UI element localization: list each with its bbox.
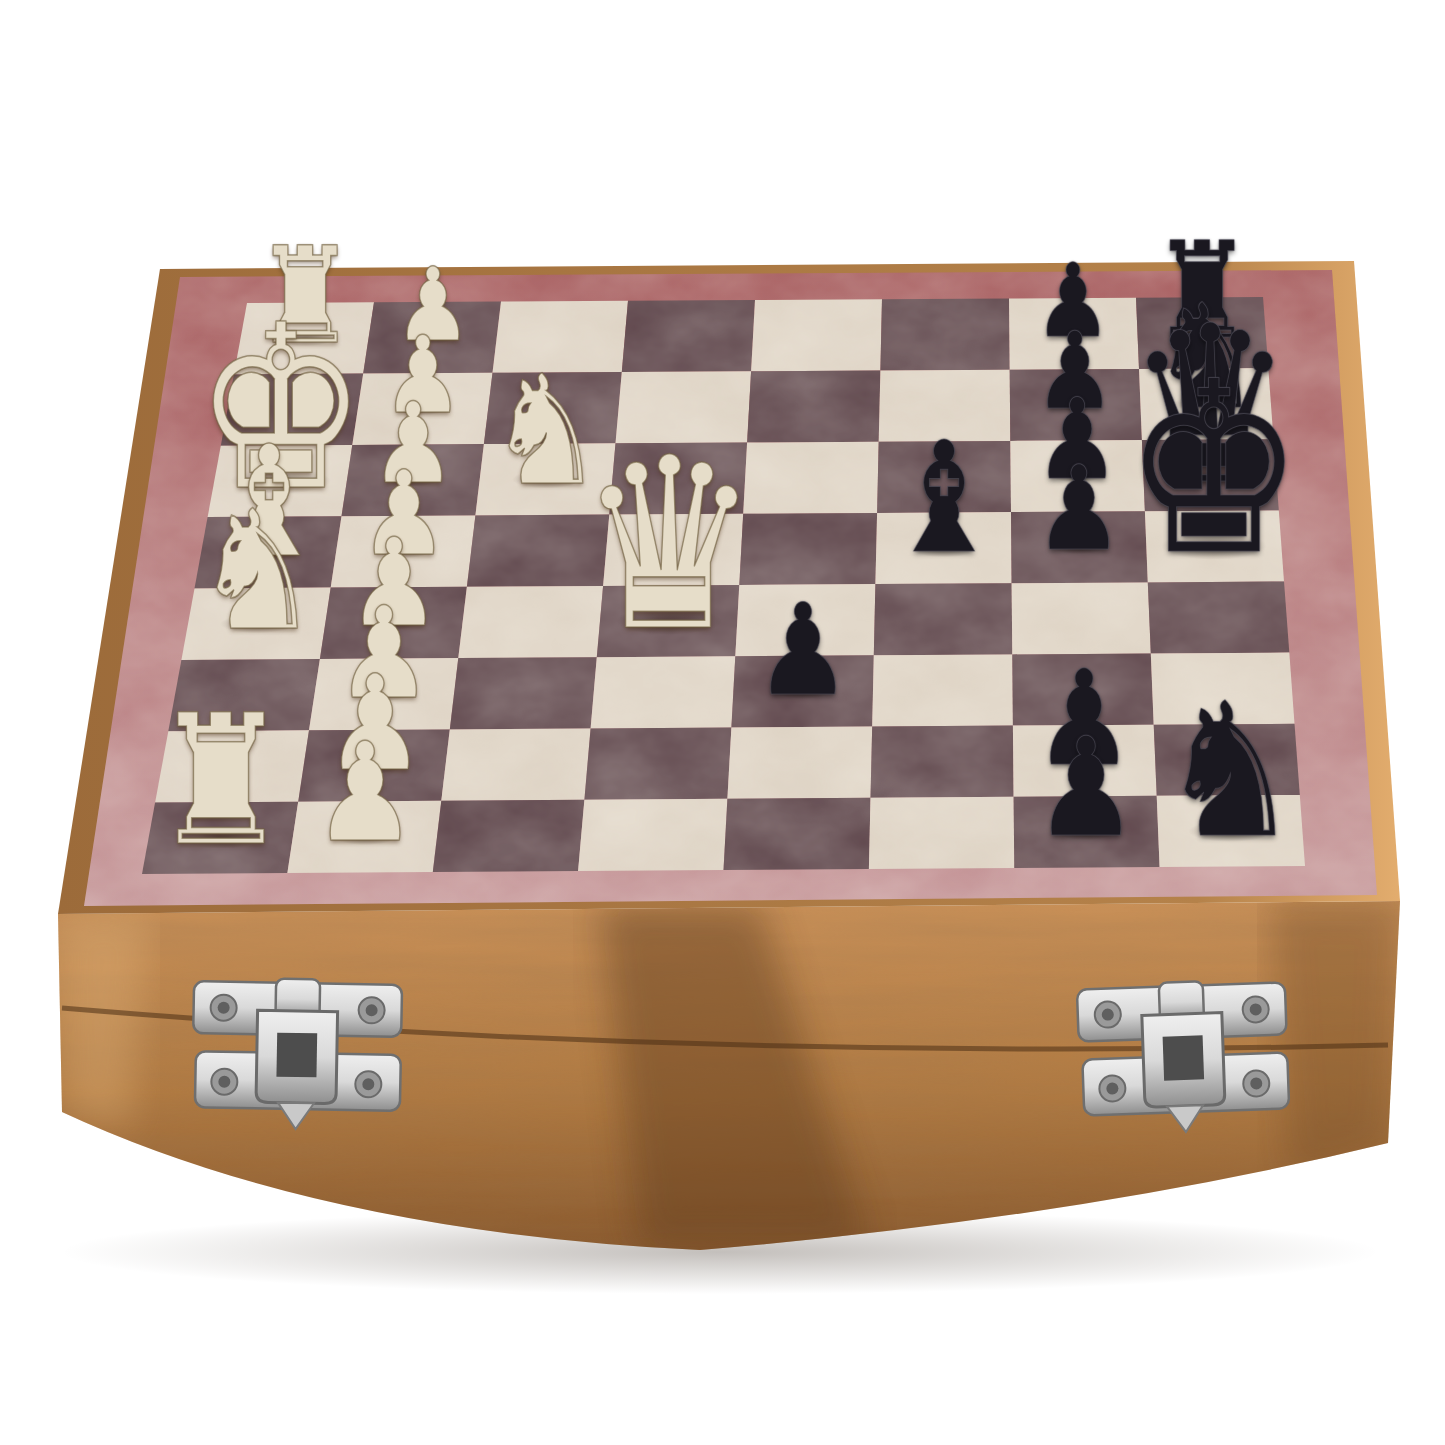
piece-black-knight-a8[interactable]: ♞ bbox=[1160, 679, 1301, 864]
piece-white-pawn-a2[interactable]: ♟ bbox=[313, 725, 417, 862]
piece-white-rook-a1[interactable]: ♜ bbox=[152, 691, 289, 871]
piece-black-king-e8[interactable]: ♚ bbox=[1123, 352, 1304, 589]
pieces-layer: ♜♟♟♜♟♟♞♚♟♞♟♛♝♟♝♟♚♞♟♛♟♟♟♟♜♟♟♞ bbox=[0, 0, 1445, 1445]
piece-black-pawn-a7[interactable]: ♟ bbox=[1034, 720, 1138, 857]
piece-black-bishop-e6[interactable]: ♝ bbox=[885, 422, 1002, 575]
piece-black-pawn-e7[interactable]: ♟ bbox=[1034, 452, 1123, 569]
product-photo-scene: ♜♟♟♜♟♟♞♚♟♞♟♛♝♟♝♟♚♞♟♛♟♟♟♟♜♟♟♞ bbox=[0, 0, 1445, 1445]
piece-black-pawn-c5[interactable]: ♟ bbox=[755, 588, 852, 715]
piece-white-queen-d4[interactable]: ♛ bbox=[578, 427, 759, 664]
piece-white-knight-d1[interactable]: ♞ bbox=[194, 488, 320, 653]
